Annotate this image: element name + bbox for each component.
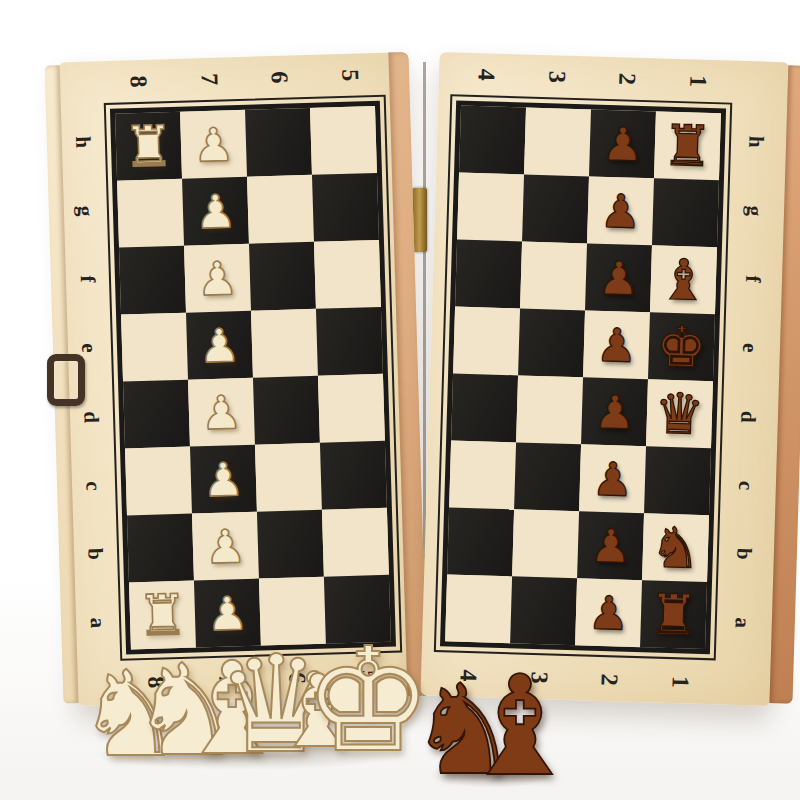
square-e4[interactable] xyxy=(453,307,520,376)
file-label-c: c xyxy=(80,481,105,491)
file-label-g: g xyxy=(741,205,766,216)
square-g5[interactable] xyxy=(312,173,379,242)
square-d4[interactable] xyxy=(451,373,518,442)
square-e7[interactable]: ♟ xyxy=(186,311,253,380)
square-e5[interactable] xyxy=(316,307,383,376)
file-label-g: g xyxy=(72,205,97,216)
square-g7[interactable]: ♟ xyxy=(182,177,249,246)
dark-pawn[interactable]: ♟ xyxy=(595,321,638,368)
board-right-half: 4321 4321 hgfedcba ♟♜♟♟♝♟♚♟♛♟♟♞♟♜ xyxy=(421,52,790,706)
white-rook[interactable]: ♜ xyxy=(123,117,175,174)
square-h1[interactable]: ♜ xyxy=(654,111,721,180)
file-label-e: e xyxy=(76,343,101,353)
file-label-h: h xyxy=(743,136,768,148)
white-pawn[interactable]: ♟ xyxy=(202,456,245,503)
rank-label-5: 5 xyxy=(336,68,363,81)
file-label-c: c xyxy=(733,480,758,490)
white-pawn[interactable]: ♟ xyxy=(194,188,237,235)
white-pawn[interactable]: ♟ xyxy=(192,121,235,168)
square-c4[interactable] xyxy=(449,440,516,509)
dark-rook[interactable]: ♜ xyxy=(662,117,714,174)
square-f8[interactable] xyxy=(119,246,186,315)
dark-pawn[interactable]: ♟ xyxy=(591,455,634,502)
square-c8[interactable] xyxy=(125,447,192,516)
rank-labels-top-right: 4321 xyxy=(450,53,733,101)
square-g8[interactable] xyxy=(117,179,184,248)
square-a3[interactable] xyxy=(510,576,577,645)
square-a2[interactable]: ♟ xyxy=(575,578,642,647)
square-f7[interactable]: ♟ xyxy=(184,244,251,313)
white-pawn[interactable]: ♟ xyxy=(200,389,243,436)
rank-label-1: 1 xyxy=(666,675,693,688)
square-c5[interactable] xyxy=(320,441,387,510)
board-frame-right: ♟♜♟♟♝♟♚♟♛♟♟♞♟♜ xyxy=(434,94,732,660)
dark-pawn[interactable]: ♟ xyxy=(593,388,636,435)
square-f6[interactable] xyxy=(249,242,316,311)
square-b7[interactable]: ♟ xyxy=(192,512,259,581)
rank-label-8: 8 xyxy=(125,75,152,88)
board-left-half: 8765 8765 hgfedcba ♜♟♟♟♟♟♟♟♜♟ xyxy=(59,52,428,706)
square-f5[interactable] xyxy=(314,240,381,309)
square-c7[interactable]: ♟ xyxy=(190,445,257,514)
square-e8[interactable] xyxy=(121,313,188,382)
square-c6[interactable] xyxy=(255,443,322,512)
chess-set-photo: 8765 8765 hgfedcba ♜♟♟♟♟♟♟♟♜♟ 4321 4321 … xyxy=(0,0,800,800)
square-h5[interactable] xyxy=(310,106,377,175)
rank-labels-top-left: 8765 xyxy=(103,54,386,102)
board-frame-left: ♜♟♟♟♟♟♟♟♜♟ xyxy=(104,95,402,661)
dark-queen[interactable]: ♛ xyxy=(654,385,706,442)
square-g2[interactable]: ♟ xyxy=(587,176,654,245)
square-b5[interactable] xyxy=(322,508,389,577)
square-f3[interactable] xyxy=(520,241,587,310)
square-e2[interactable]: ♟ xyxy=(583,310,650,379)
square-b1[interactable]: ♞ xyxy=(642,513,709,582)
square-b3[interactable] xyxy=(512,509,579,578)
square-b6[interactable] xyxy=(257,510,324,579)
white-pawn[interactable]: ♟ xyxy=(204,522,247,569)
file-label-b: b xyxy=(82,548,107,560)
square-f1[interactable]: ♝ xyxy=(650,245,717,314)
board-grid-left: ♜♟♟♟♟♟♟♟♜♟ xyxy=(115,106,391,649)
square-f2[interactable]: ♟ xyxy=(585,243,652,312)
file-label-d: d xyxy=(78,411,103,423)
square-d5[interactable] xyxy=(318,374,385,443)
rank-label-7: 7 xyxy=(195,72,222,85)
file-label-a: a xyxy=(729,617,754,628)
square-g4[interactable] xyxy=(457,173,524,242)
square-f4[interactable] xyxy=(455,240,522,309)
dark-pawn[interactable]: ♟ xyxy=(589,522,632,569)
file-label-e: e xyxy=(737,343,762,353)
square-b4[interactable] xyxy=(447,507,514,576)
square-c1[interactable] xyxy=(644,446,711,515)
square-a4[interactable] xyxy=(445,574,512,643)
square-h8[interactable]: ♜ xyxy=(115,112,182,181)
square-g6[interactable] xyxy=(247,175,314,244)
square-h4[interactable] xyxy=(459,106,526,175)
rank-label-3: 3 xyxy=(543,70,570,83)
square-d3[interactable] xyxy=(516,375,583,444)
square-e1[interactable]: ♚ xyxy=(648,312,715,381)
square-h7[interactable]: ♟ xyxy=(180,110,247,179)
square-h2[interactable]: ♟ xyxy=(589,109,656,178)
white-pawn[interactable]: ♟ xyxy=(196,255,239,302)
square-d8[interactable] xyxy=(123,380,190,449)
dark-knight[interactable]: ♞ xyxy=(650,519,702,576)
square-h6[interactable] xyxy=(245,108,312,177)
file-label-d: d xyxy=(735,410,760,422)
metal-clasp xyxy=(47,354,85,406)
dark-king[interactable]: ♚ xyxy=(656,318,708,375)
square-b8[interactable] xyxy=(127,514,194,583)
file-label-b: b xyxy=(731,548,756,560)
square-c2[interactable]: ♟ xyxy=(579,444,646,513)
square-h3[interactable] xyxy=(524,108,591,177)
dark-rook[interactable]: ♜ xyxy=(648,586,700,643)
file-label-h: h xyxy=(70,136,95,148)
rank-label-4: 4 xyxy=(473,68,500,81)
square-a1[interactable]: ♜ xyxy=(640,580,707,649)
rank-label-2: 2 xyxy=(614,72,641,85)
square-d6[interactable] xyxy=(253,376,320,445)
dark-bishop[interactable]: ♝ xyxy=(658,251,710,308)
board-grid-right: ♟♜♟♟♝♟♚♟♛♟♟♞♟♜ xyxy=(445,106,721,649)
square-d7[interactable]: ♟ xyxy=(188,378,255,447)
rank-label-2: 2 xyxy=(596,673,623,686)
dark-bishop-offboard[interactable]: ♝ xyxy=(458,658,582,796)
square-b2[interactable]: ♟ xyxy=(577,511,644,580)
square-d2[interactable]: ♟ xyxy=(581,377,648,446)
dark-pawn[interactable]: ♟ xyxy=(601,120,644,167)
dark-pawn[interactable]: ♟ xyxy=(587,589,630,636)
file-label-f: f xyxy=(739,275,764,283)
file-label-f: f xyxy=(74,276,99,284)
square-e6[interactable] xyxy=(251,309,318,378)
rank-label-6: 6 xyxy=(266,70,293,83)
dark-pawn[interactable]: ♟ xyxy=(597,254,640,301)
dark-pawn[interactable]: ♟ xyxy=(599,187,642,234)
square-e3[interactable] xyxy=(518,308,585,377)
square-d1[interactable]: ♛ xyxy=(646,379,713,448)
rank-label-1: 1 xyxy=(684,74,711,87)
white-pawn[interactable]: ♟ xyxy=(198,322,241,369)
square-g1[interactable] xyxy=(652,178,719,247)
square-c3[interactable] xyxy=(514,442,581,511)
square-g3[interactable] xyxy=(522,175,589,244)
file-label-a: a xyxy=(85,617,110,628)
brass-hinge-top xyxy=(412,188,427,252)
